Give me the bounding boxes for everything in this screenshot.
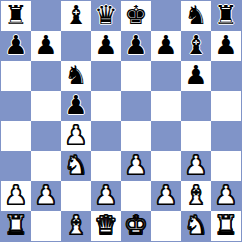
piece-white-bishop[interactable]: ♝ (181, 181, 211, 211)
piece-black-bishop[interactable]: ♝ (61, 1, 91, 31)
square-e8[interactable]: ♚ (121, 1, 151, 31)
square-g8[interactable]: ♞ (181, 1, 211, 31)
piece-white-pawn[interactable]: ♟ (121, 151, 151, 181)
square-a4[interactable] (1, 121, 31, 151)
square-c7[interactable] (61, 31, 91, 61)
piece-black-pawn[interactable]: ♟ (181, 61, 211, 91)
piece-white-knight[interactable]: ♞ (61, 151, 91, 181)
square-b4[interactable] (31, 121, 61, 151)
square-b2[interactable]: ♟ (31, 181, 61, 211)
piece-white-pawn[interactable]: ♟ (61, 121, 91, 151)
square-d3[interactable] (91, 151, 121, 181)
chess-board: ♜♝♛♚♞♜♟♟♟♟♟♝♟♞♟♟♟♞♟♟♟♟♟♟♝♟♜♝♛♚♞♜ (1, 1, 241, 241)
square-c2[interactable] (61, 181, 91, 211)
square-f2[interactable]: ♟ (151, 181, 181, 211)
piece-black-pawn[interactable]: ♟ (151, 31, 181, 61)
square-e5[interactable] (121, 91, 151, 121)
square-h5[interactable] (211, 91, 241, 121)
piece-white-queen[interactable]: ♛ (91, 211, 121, 241)
square-b3[interactable] (31, 151, 61, 181)
square-f1[interactable] (151, 211, 181, 241)
square-c3[interactable]: ♞ (61, 151, 91, 181)
square-e3[interactable]: ♟ (121, 151, 151, 181)
piece-white-pawn[interactable]: ♟ (151, 181, 181, 211)
square-d7[interactable]: ♟ (91, 31, 121, 61)
square-a1[interactable]: ♜ (1, 211, 31, 241)
piece-white-knight[interactable]: ♞ (181, 211, 211, 241)
piece-white-pawn[interactable]: ♟ (1, 181, 31, 211)
square-c5[interactable]: ♟ (61, 91, 91, 121)
square-h6[interactable] (211, 61, 241, 91)
square-b1[interactable] (31, 211, 61, 241)
piece-black-knight[interactable]: ♞ (181, 1, 211, 31)
piece-black-rook[interactable]: ♜ (211, 1, 241, 31)
piece-white-bishop[interactable]: ♝ (61, 211, 91, 241)
square-e1[interactable]: ♚ (121, 211, 151, 241)
piece-black-pawn[interactable]: ♟ (91, 31, 121, 61)
piece-black-pawn[interactable]: ♟ (1, 31, 31, 61)
square-h7[interactable]: ♟ (211, 31, 241, 61)
piece-black-pawn[interactable]: ♟ (61, 91, 91, 121)
square-d6[interactable] (91, 61, 121, 91)
square-e7[interactable]: ♟ (121, 31, 151, 61)
piece-white-rook[interactable]: ♜ (211, 211, 241, 241)
piece-white-king[interactable]: ♚ (121, 211, 151, 241)
square-h1[interactable]: ♜ (211, 211, 241, 241)
square-c6[interactable]: ♞ (61, 61, 91, 91)
piece-black-queen[interactable]: ♛ (91, 1, 121, 31)
square-g7[interactable]: ♝ (181, 31, 211, 61)
square-b6[interactable] (31, 61, 61, 91)
square-f6[interactable] (151, 61, 181, 91)
square-d2[interactable]: ♟ (91, 181, 121, 211)
square-h4[interactable] (211, 121, 241, 151)
piece-white-pawn[interactable]: ♟ (91, 181, 121, 211)
square-g1[interactable]: ♞ (181, 211, 211, 241)
square-a7[interactable]: ♟ (1, 31, 31, 61)
square-c1[interactable]: ♝ (61, 211, 91, 241)
square-e2[interactable] (121, 181, 151, 211)
square-a5[interactable] (1, 91, 31, 121)
piece-black-king[interactable]: ♚ (121, 1, 151, 31)
square-d5[interactable] (91, 91, 121, 121)
piece-white-pawn[interactable]: ♟ (181, 151, 211, 181)
square-f8[interactable] (151, 1, 181, 31)
square-h8[interactable]: ♜ (211, 1, 241, 31)
piece-white-rook[interactable]: ♜ (1, 211, 31, 241)
square-b8[interactable] (31, 1, 61, 31)
square-e6[interactable] (121, 61, 151, 91)
square-h3[interactable] (211, 151, 241, 181)
square-g6[interactable]: ♟ (181, 61, 211, 91)
square-g5[interactable] (181, 91, 211, 121)
square-h2[interactable]: ♟ (211, 181, 241, 211)
piece-black-pawn[interactable]: ♟ (31, 31, 61, 61)
square-g2[interactable]: ♝ (181, 181, 211, 211)
square-d8[interactable]: ♛ (91, 1, 121, 31)
piece-black-bishop[interactable]: ♝ (181, 31, 211, 61)
piece-black-pawn[interactable]: ♟ (121, 31, 151, 61)
square-g3[interactable]: ♟ (181, 151, 211, 181)
square-c4[interactable]: ♟ (61, 121, 91, 151)
square-b5[interactable] (31, 91, 61, 121)
piece-white-pawn[interactable]: ♟ (31, 181, 61, 211)
chess-board-frame: ♜♝♛♚♞♜♟♟♟♟♟♝♟♞♟♟♟♞♟♟♟♟♟♟♝♟♜♝♛♚♞♜ (0, 0, 242, 242)
piece-black-rook[interactable]: ♜ (1, 1, 31, 31)
square-f4[interactable] (151, 121, 181, 151)
square-a8[interactable]: ♜ (1, 1, 31, 31)
piece-black-knight[interactable]: ♞ (61, 61, 91, 91)
square-b7[interactable]: ♟ (31, 31, 61, 61)
square-f7[interactable]: ♟ (151, 31, 181, 61)
square-c8[interactable]: ♝ (61, 1, 91, 31)
piece-black-pawn[interactable]: ♟ (211, 31, 241, 61)
square-a2[interactable]: ♟ (1, 181, 31, 211)
square-a6[interactable] (1, 61, 31, 91)
piece-white-pawn[interactable]: ♟ (211, 181, 241, 211)
square-f5[interactable] (151, 91, 181, 121)
square-d4[interactable] (91, 121, 121, 151)
square-g4[interactable] (181, 121, 211, 151)
square-e4[interactable] (121, 121, 151, 151)
square-a3[interactable] (1, 151, 31, 181)
square-f3[interactable] (151, 151, 181, 181)
square-d1[interactable]: ♛ (91, 211, 121, 241)
